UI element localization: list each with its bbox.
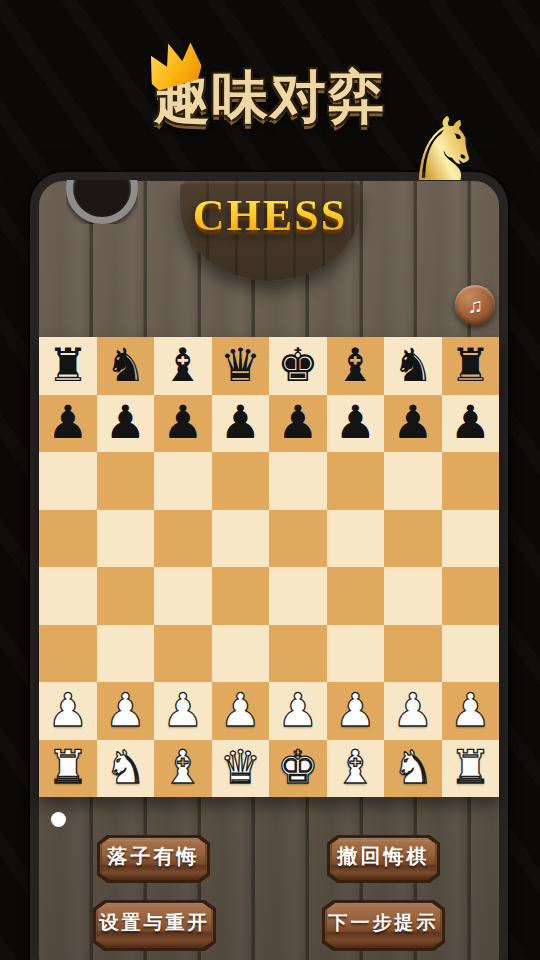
square-d5[interactable] (212, 510, 270, 568)
regret-toggle-button[interactable]: 落子有悔 (97, 835, 210, 883)
square-b4[interactable] (97, 567, 155, 625)
white-queen: ♛ (220, 744, 261, 790)
music-note-icon: ♫ (467, 295, 483, 316)
white-pawn: ♟ (392, 687, 433, 733)
square-d2[interactable]: ♟ (212, 682, 270, 740)
regret-toggle-label: 落子有悔 (108, 843, 200, 870)
square-f3[interactable] (327, 625, 385, 683)
square-g4[interactable] (384, 567, 442, 625)
square-c7[interactable]: ♟ (154, 395, 212, 453)
square-e2[interactable]: ♟ (269, 682, 327, 740)
square-a4[interactable] (39, 567, 97, 625)
black-king: ♚ (277, 342, 318, 388)
black-pawn: ♟ (450, 399, 491, 445)
square-f8[interactable]: ♝ (327, 337, 385, 395)
white-pawn: ♟ (220, 687, 261, 733)
black-rook: ♜ (450, 342, 491, 388)
square-g5[interactable] (384, 510, 442, 568)
hint-label: 下一步提示 (329, 910, 439, 936)
metal-ring-icon (66, 152, 138, 224)
square-d6[interactable] (212, 452, 270, 510)
white-knight: ♞ (105, 744, 146, 790)
undo-move-label: 撤回悔棋 (338, 843, 430, 870)
square-b1[interactable]: ♞ (97, 740, 155, 798)
black-queen: ♛ (220, 342, 261, 388)
regret-toggle-face: 落子有悔 (100, 838, 207, 880)
app-screen: 趣味对弈 ♞ CHESS ♫ ♜♞♝♛♚♝♞♜♟♟♟♟♟♟♟♟♟♟♟♟♟♟♟♟♜… (0, 0, 540, 960)
settings-restart-button[interactable]: 设置与重开 (93, 900, 216, 951)
square-f5[interactable] (327, 510, 385, 568)
black-knight: ♞ (105, 342, 146, 388)
black-pawn: ♟ (162, 399, 203, 445)
settings-restart-face: 设置与重开 (96, 903, 213, 948)
white-pawn: ♟ (277, 687, 318, 733)
square-g7[interactable]: ♟ (384, 395, 442, 453)
settings-restart-label: 设置与重开 (100, 910, 210, 936)
square-h1[interactable]: ♜ (442, 740, 500, 798)
white-bishop: ♝ (335, 744, 376, 790)
plaque-title: CHESS (180, 190, 360, 241)
undo-move-button[interactable]: 撤回悔棋 (327, 835, 440, 883)
black-knight: ♞ (392, 342, 433, 388)
square-c1[interactable]: ♝ (154, 740, 212, 798)
square-h5[interactable] (442, 510, 500, 568)
square-e8[interactable]: ♚ (269, 337, 327, 395)
square-a7[interactable]: ♟ (39, 395, 97, 453)
square-e4[interactable] (269, 567, 327, 625)
square-f4[interactable] (327, 567, 385, 625)
square-d7[interactable]: ♟ (212, 395, 270, 453)
square-a3[interactable] (39, 625, 97, 683)
square-g3[interactable] (384, 625, 442, 683)
square-c2[interactable]: ♟ (154, 682, 212, 740)
square-f1[interactable]: ♝ (327, 740, 385, 798)
white-rook: ♜ (450, 744, 491, 790)
square-h8[interactable]: ♜ (442, 337, 500, 395)
square-a2[interactable]: ♟ (39, 682, 97, 740)
black-pawn: ♟ (277, 399, 318, 445)
white-bishop: ♝ (162, 744, 203, 790)
square-g2[interactable]: ♟ (384, 682, 442, 740)
square-f7[interactable]: ♟ (327, 395, 385, 453)
white-pawn: ♟ (162, 687, 203, 733)
square-b5[interactable] (97, 510, 155, 568)
square-g1[interactable]: ♞ (384, 740, 442, 798)
chess-board[interactable]: ♜♞♝♛♚♝♞♜♟♟♟♟♟♟♟♟♟♟♟♟♟♟♟♟♜♞♝♛♚♝♞♜ (39, 337, 499, 797)
black-pawn: ♟ (220, 399, 261, 445)
black-rook: ♜ (47, 342, 88, 388)
square-h2[interactable]: ♟ (442, 682, 500, 740)
white-pawn: ♟ (47, 687, 88, 733)
square-c4[interactable] (154, 567, 212, 625)
turn-indicator-dot (51, 812, 66, 827)
square-h6[interactable] (442, 452, 500, 510)
black-bishop: ♝ (162, 342, 203, 388)
music-button[interactable]: ♫ (455, 285, 495, 325)
black-pawn: ♟ (392, 399, 433, 445)
white-knight: ♞ (392, 744, 433, 790)
black-pawn: ♟ (335, 399, 376, 445)
hint-button[interactable]: 下一步提示 (322, 900, 445, 951)
white-rook: ♜ (47, 744, 88, 790)
square-a1[interactable]: ♜ (39, 740, 97, 798)
square-a5[interactable] (39, 510, 97, 568)
black-pawn: ♟ (105, 399, 146, 445)
white-pawn: ♟ (450, 687, 491, 733)
undo-move-face: 撤回悔棋 (330, 838, 437, 880)
white-king: ♚ (277, 744, 318, 790)
square-d1[interactable]: ♛ (212, 740, 270, 798)
square-e3[interactable] (269, 625, 327, 683)
hint-face: 下一步提示 (325, 903, 442, 948)
square-e6[interactable] (269, 452, 327, 510)
square-d3[interactable] (212, 625, 270, 683)
square-h4[interactable] (442, 567, 500, 625)
square-d4[interactable] (212, 567, 270, 625)
square-h7[interactable]: ♟ (442, 395, 500, 453)
square-c5[interactable] (154, 510, 212, 568)
white-pawn: ♟ (335, 687, 376, 733)
square-b6[interactable] (97, 452, 155, 510)
square-d8[interactable]: ♛ (212, 337, 270, 395)
square-a6[interactable] (39, 452, 97, 510)
white-pawn: ♟ (105, 687, 146, 733)
square-b3[interactable] (97, 625, 155, 683)
square-e5[interactable] (269, 510, 327, 568)
black-pawn: ♟ (47, 399, 88, 445)
black-bishop: ♝ (335, 342, 376, 388)
gold-knight-icon: ♞ (396, 102, 492, 198)
square-f6[interactable] (327, 452, 385, 510)
square-b8[interactable]: ♞ (97, 337, 155, 395)
square-g8[interactable]: ♞ (384, 337, 442, 395)
square-h3[interactable] (442, 625, 500, 683)
square-c6[interactable] (154, 452, 212, 510)
square-f2[interactable]: ♟ (327, 682, 385, 740)
square-g6[interactable] (384, 452, 442, 510)
square-e1[interactable]: ♚ (269, 740, 327, 798)
square-b2[interactable]: ♟ (97, 682, 155, 740)
square-b7[interactable]: ♟ (97, 395, 155, 453)
square-c3[interactable] (154, 625, 212, 683)
square-c8[interactable]: ♝ (154, 337, 212, 395)
square-e7[interactable]: ♟ (269, 395, 327, 453)
square-a8[interactable]: ♜ (39, 337, 97, 395)
